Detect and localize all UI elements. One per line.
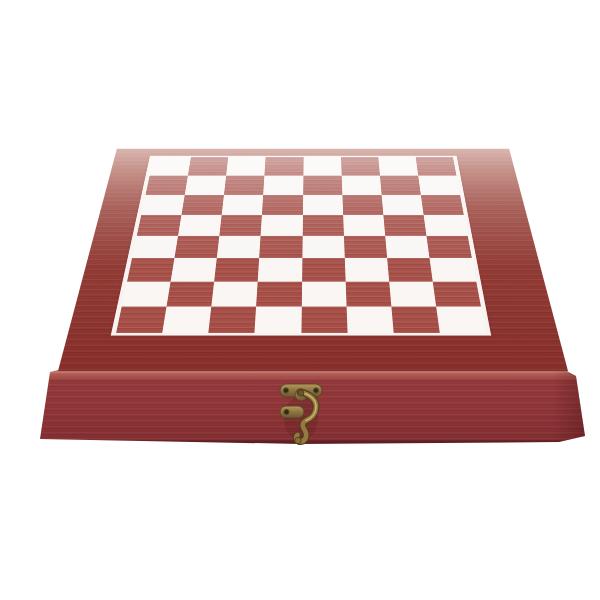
latch-pivot-pin	[298, 390, 304, 396]
board-square	[255, 307, 302, 333]
board-square	[341, 175, 381, 194]
board-square	[342, 195, 383, 215]
board-square	[185, 175, 226, 194]
board-square	[261, 215, 303, 236]
chess-board	[116, 157, 486, 333]
board-square	[381, 195, 423, 215]
board-square	[302, 215, 343, 236]
board-square	[262, 195, 303, 215]
box-lid-top	[58, 149, 568, 371]
board-square	[301, 307, 347, 333]
board-square	[137, 215, 182, 236]
board-square	[389, 282, 436, 307]
board-square	[424, 215, 468, 236]
board-square	[116, 307, 167, 333]
board-square	[421, 195, 464, 215]
board-square	[219, 215, 262, 236]
board-frame	[111, 156, 492, 336]
hook-ball-tip	[295, 437, 301, 443]
chess-box-photo	[0, 0, 600, 600]
board-square	[150, 157, 191, 175]
board-square	[344, 236, 387, 258]
board-square	[145, 175, 187, 194]
board-square	[345, 282, 391, 307]
board-square	[132, 236, 178, 258]
board-square	[256, 282, 301, 307]
board-square	[418, 175, 460, 194]
board-square	[265, 157, 304, 175]
board-square	[343, 215, 385, 236]
board-square	[162, 307, 211, 333]
board-square	[214, 258, 259, 282]
board-square	[259, 236, 302, 258]
board-square	[141, 195, 185, 215]
board-square	[344, 258, 389, 282]
board-square	[263, 175, 303, 194]
board-square	[178, 215, 222, 236]
board-square	[380, 175, 421, 194]
board-square	[302, 258, 346, 282]
board-square	[211, 282, 258, 307]
board-square	[127, 258, 175, 282]
board-square	[391, 307, 440, 333]
board-square	[433, 282, 481, 307]
board-square	[301, 282, 346, 307]
board-square	[226, 157, 266, 175]
screw-icon	[284, 409, 289, 414]
board-square	[426, 236, 472, 258]
board-square	[429, 258, 476, 282]
board-square	[387, 258, 433, 282]
board-square	[385, 236, 429, 258]
board-square	[341, 157, 380, 175]
board-square	[303, 175, 342, 194]
board-square	[217, 236, 261, 258]
board-square	[258, 258, 302, 282]
board-square	[208, 307, 256, 333]
board-square	[383, 215, 426, 236]
board-square	[222, 195, 264, 215]
board-square	[174, 236, 219, 258]
board-square	[188, 157, 228, 175]
board-square	[436, 307, 486, 333]
board-square	[171, 258, 217, 282]
screw-icon	[313, 388, 318, 393]
screw-icon	[283, 388, 288, 393]
board-square	[167, 282, 215, 307]
board-square	[182, 195, 225, 215]
board-square	[416, 157, 457, 175]
board-square	[303, 157, 341, 175]
brass-clasp-latch-icon	[277, 380, 325, 448]
board-square	[378, 157, 418, 175]
board-square	[302, 236, 345, 258]
board-square	[303, 195, 343, 215]
board-square	[122, 282, 171, 307]
board-square	[346, 307, 393, 333]
board-square	[224, 175, 265, 194]
